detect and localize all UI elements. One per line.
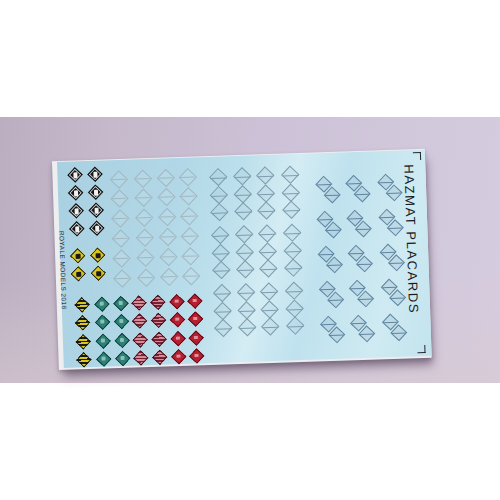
placard-teal xyxy=(94,296,109,311)
placard-outline-medium xyxy=(261,317,281,337)
placard-outline-pair xyxy=(388,254,406,272)
placard-outline-medium xyxy=(212,261,232,281)
placard-outline-light xyxy=(109,170,128,189)
placard-outline-light xyxy=(135,228,154,247)
placard-outline-medium xyxy=(214,319,234,339)
placard-outline-light xyxy=(112,249,131,268)
placard-outline-medium xyxy=(234,202,254,222)
placard-outline-medium xyxy=(285,281,305,301)
placard-outline-light xyxy=(180,206,199,225)
placard-yellow xyxy=(70,266,87,283)
placard-red xyxy=(170,330,185,345)
placard-outline-light xyxy=(137,268,156,287)
placard-outline-medium xyxy=(282,200,302,220)
placard-yellow-black-striped xyxy=(76,351,91,366)
placard-outline-medium xyxy=(257,201,277,221)
placard-red-striped xyxy=(150,294,165,309)
placard-outline-medium xyxy=(237,283,257,303)
placard-black xyxy=(68,185,85,202)
photo-canvas: HAZMAT PLACARDS ROYALE MODELS 2018 xyxy=(0,0,500,500)
placard-black xyxy=(69,221,86,238)
placard-outline-light xyxy=(111,229,130,248)
placard-red xyxy=(170,311,185,326)
placard-outline-medium xyxy=(238,318,258,338)
placard-outline-light xyxy=(113,269,132,288)
placard-outline-light xyxy=(156,168,175,187)
placard-outline-light xyxy=(158,227,177,246)
placard-outline-pair xyxy=(353,185,371,203)
placard-outline-light xyxy=(133,169,152,188)
placard-outline-medium xyxy=(236,260,256,280)
decal-sheet: HAZMAT PLACARDS ROYALE MODELS 2018 xyxy=(57,150,432,368)
placard-outline-medium xyxy=(235,225,255,245)
placard-outline-pair xyxy=(387,219,405,237)
placard-black xyxy=(67,167,84,184)
placard-teal xyxy=(114,332,129,347)
placard-red xyxy=(188,311,203,326)
placard-outline-pair xyxy=(355,220,373,238)
placard-teal xyxy=(95,333,110,348)
placard-outline-medium xyxy=(286,316,306,336)
placard-yellow-black-striped xyxy=(75,315,90,330)
placard-outline-pair xyxy=(390,324,408,342)
placard-black xyxy=(89,220,106,237)
placard-outline-medium xyxy=(284,258,304,278)
placard-teal xyxy=(95,314,110,329)
placard-outline-pair xyxy=(385,184,403,202)
placard-black xyxy=(68,203,85,220)
placard-teal xyxy=(115,350,130,365)
decal-sheet-wrapper: HAZMAT PLACARDS ROYALE MODELS 2018 xyxy=(57,150,432,368)
placard-yellow xyxy=(70,248,87,265)
placard-outline-light xyxy=(160,267,179,286)
placard-red-striped xyxy=(151,312,166,327)
placard-outline-medium xyxy=(259,259,279,279)
placard-outline-light xyxy=(182,266,201,285)
placard-outline-medium xyxy=(211,226,231,246)
registration-mark-top-right xyxy=(413,152,421,160)
placard-red xyxy=(187,293,202,308)
placard-outline-pair xyxy=(389,289,407,307)
placard-red-striped xyxy=(133,350,148,365)
placard-outline-medium xyxy=(256,166,276,186)
placard-outline-medium xyxy=(281,165,301,185)
placard-red-striped xyxy=(152,349,167,364)
placard-outline-light xyxy=(178,167,197,186)
placard-yellow-black-striped xyxy=(74,297,89,312)
placard-yellow xyxy=(90,265,107,282)
placard-red-striped xyxy=(132,332,147,347)
placard-outline-medium xyxy=(258,224,278,244)
placard-outline-light xyxy=(110,189,129,208)
placard-outline-medium xyxy=(283,223,303,243)
placard-outline-light xyxy=(157,187,176,206)
placard-teal xyxy=(113,295,128,310)
placard-red-striped xyxy=(131,295,146,310)
placard-outline-pair xyxy=(326,256,344,274)
placard-outline-pair xyxy=(325,221,343,239)
placard-outline-pair xyxy=(358,325,376,343)
placard-outline-light xyxy=(159,247,178,266)
placard-outline-medium xyxy=(209,168,229,188)
placard-outline-light xyxy=(179,186,198,205)
placard-outline-light xyxy=(134,188,153,207)
placard-outline-light xyxy=(135,208,154,227)
placard-teal xyxy=(114,313,129,328)
placard-red xyxy=(188,330,203,345)
placard-outline-medium xyxy=(260,282,280,302)
placard-outline-pair xyxy=(357,290,375,308)
placard-yellow xyxy=(90,247,107,264)
placard-outline-pair xyxy=(328,326,346,344)
placard-yellow-black-striped xyxy=(75,333,90,348)
placard-red-striped xyxy=(151,331,166,346)
placard-red xyxy=(171,348,186,363)
placard-red xyxy=(169,293,184,308)
placard-outline-medium xyxy=(233,167,253,187)
placard-red xyxy=(189,348,204,363)
placard-outline-pair xyxy=(327,291,345,309)
placard-black xyxy=(88,184,105,201)
placard-outline-pair xyxy=(323,186,341,204)
placard-outline-light xyxy=(180,226,199,245)
placard-outline-pair xyxy=(356,255,374,273)
placard-black xyxy=(88,202,105,219)
placard-outline-light xyxy=(136,248,155,267)
placard-outline-medium xyxy=(210,203,230,223)
placard-outline-light xyxy=(111,209,130,228)
placard-outline-light xyxy=(181,246,200,265)
placard-black xyxy=(87,166,104,183)
placard-outline-light xyxy=(158,207,177,226)
placard-outline-medium xyxy=(213,284,233,304)
placard-red-striped xyxy=(132,313,147,328)
placard-teal xyxy=(96,351,111,366)
